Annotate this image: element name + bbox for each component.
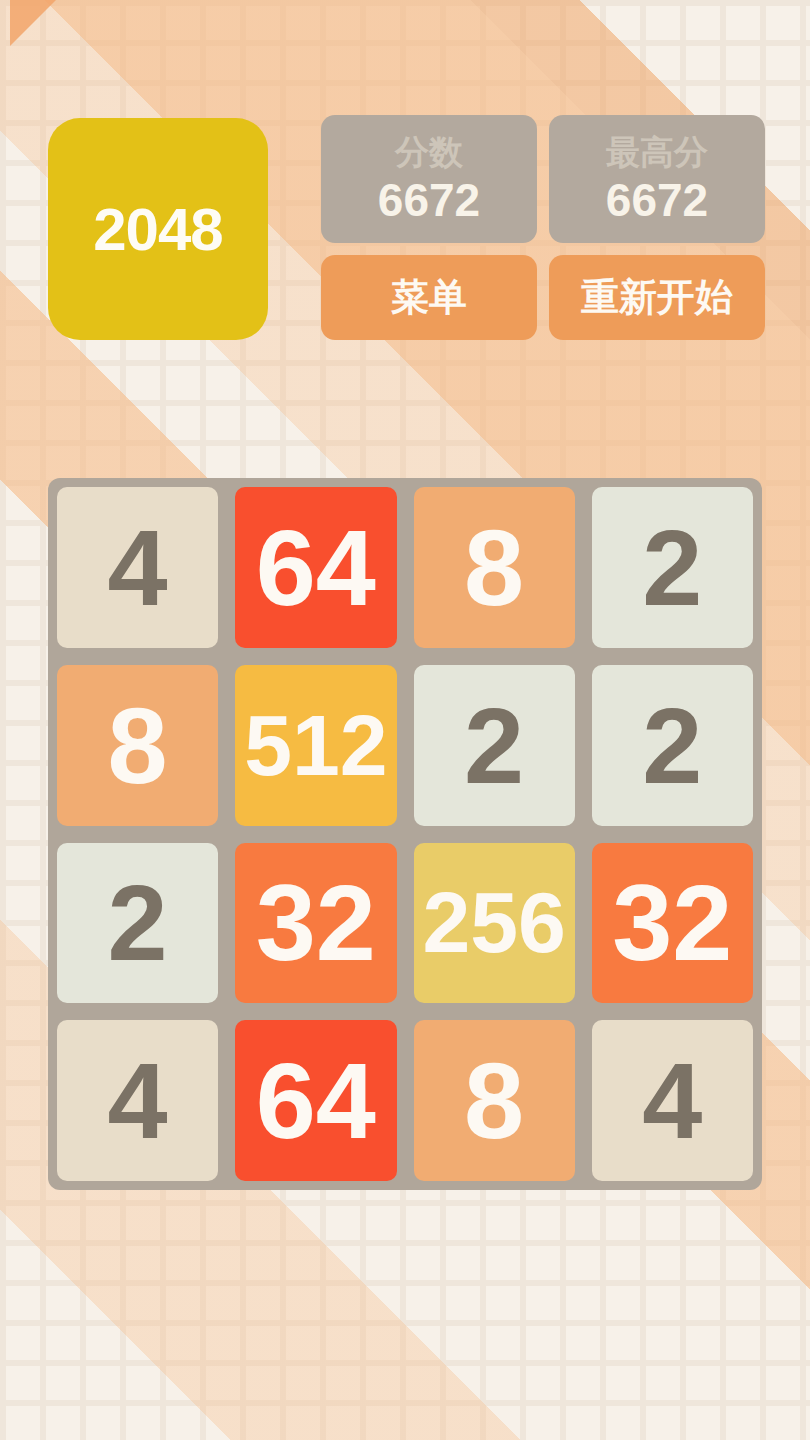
best-score-box: 最高分 6672: [549, 115, 765, 243]
tile-r1-c2-value-64: 64: [235, 487, 396, 648]
app-background: { "game": "2048", "position": { "rows": …: [0, 0, 810, 1440]
best-score-value: 6672: [606, 173, 708, 227]
tile-r2-c1-value-8: 8: [57, 665, 218, 826]
tile-r1-c1-value-4: 4: [57, 487, 218, 648]
tile-r3-c4-value-32: 32: [592, 843, 753, 1004]
tile-r4-c2-value-64: 64: [235, 1020, 396, 1181]
tile-r2-c4-value-2: 2: [592, 665, 753, 826]
corner-stripe-decoration: [0, 0, 60, 50]
game-board[interactable]: 464828512222322563246484: [48, 478, 762, 1190]
restart-button[interactable]: 重新开始: [549, 255, 765, 340]
score-box: 分数 6672: [321, 115, 537, 243]
game-logo: 2048: [48, 118, 268, 340]
score-value: 6672: [378, 173, 480, 227]
tile-r3-c2-value-32: 32: [235, 843, 396, 1004]
best-score-label: 最高分: [606, 131, 708, 173]
tile-r2-c3-value-2: 2: [414, 665, 575, 826]
tile-r4-c1-value-4: 4: [57, 1020, 218, 1181]
score-label: 分数: [395, 131, 463, 173]
game-logo-label: 2048: [93, 195, 222, 264]
tile-r3-c1-value-2: 2: [57, 843, 218, 1004]
tile-r1-c3-value-8: 8: [414, 487, 575, 648]
tile-r1-c4-value-2: 2: [592, 487, 753, 648]
tile-r4-c3-value-8: 8: [414, 1020, 575, 1181]
tile-r3-c3-value-256: 256: [414, 843, 575, 1004]
menu-button[interactable]: 菜单: [321, 255, 537, 340]
tile-r4-c4-value-4: 4: [592, 1020, 753, 1181]
tile-r2-c2-value-512: 512: [235, 665, 396, 826]
